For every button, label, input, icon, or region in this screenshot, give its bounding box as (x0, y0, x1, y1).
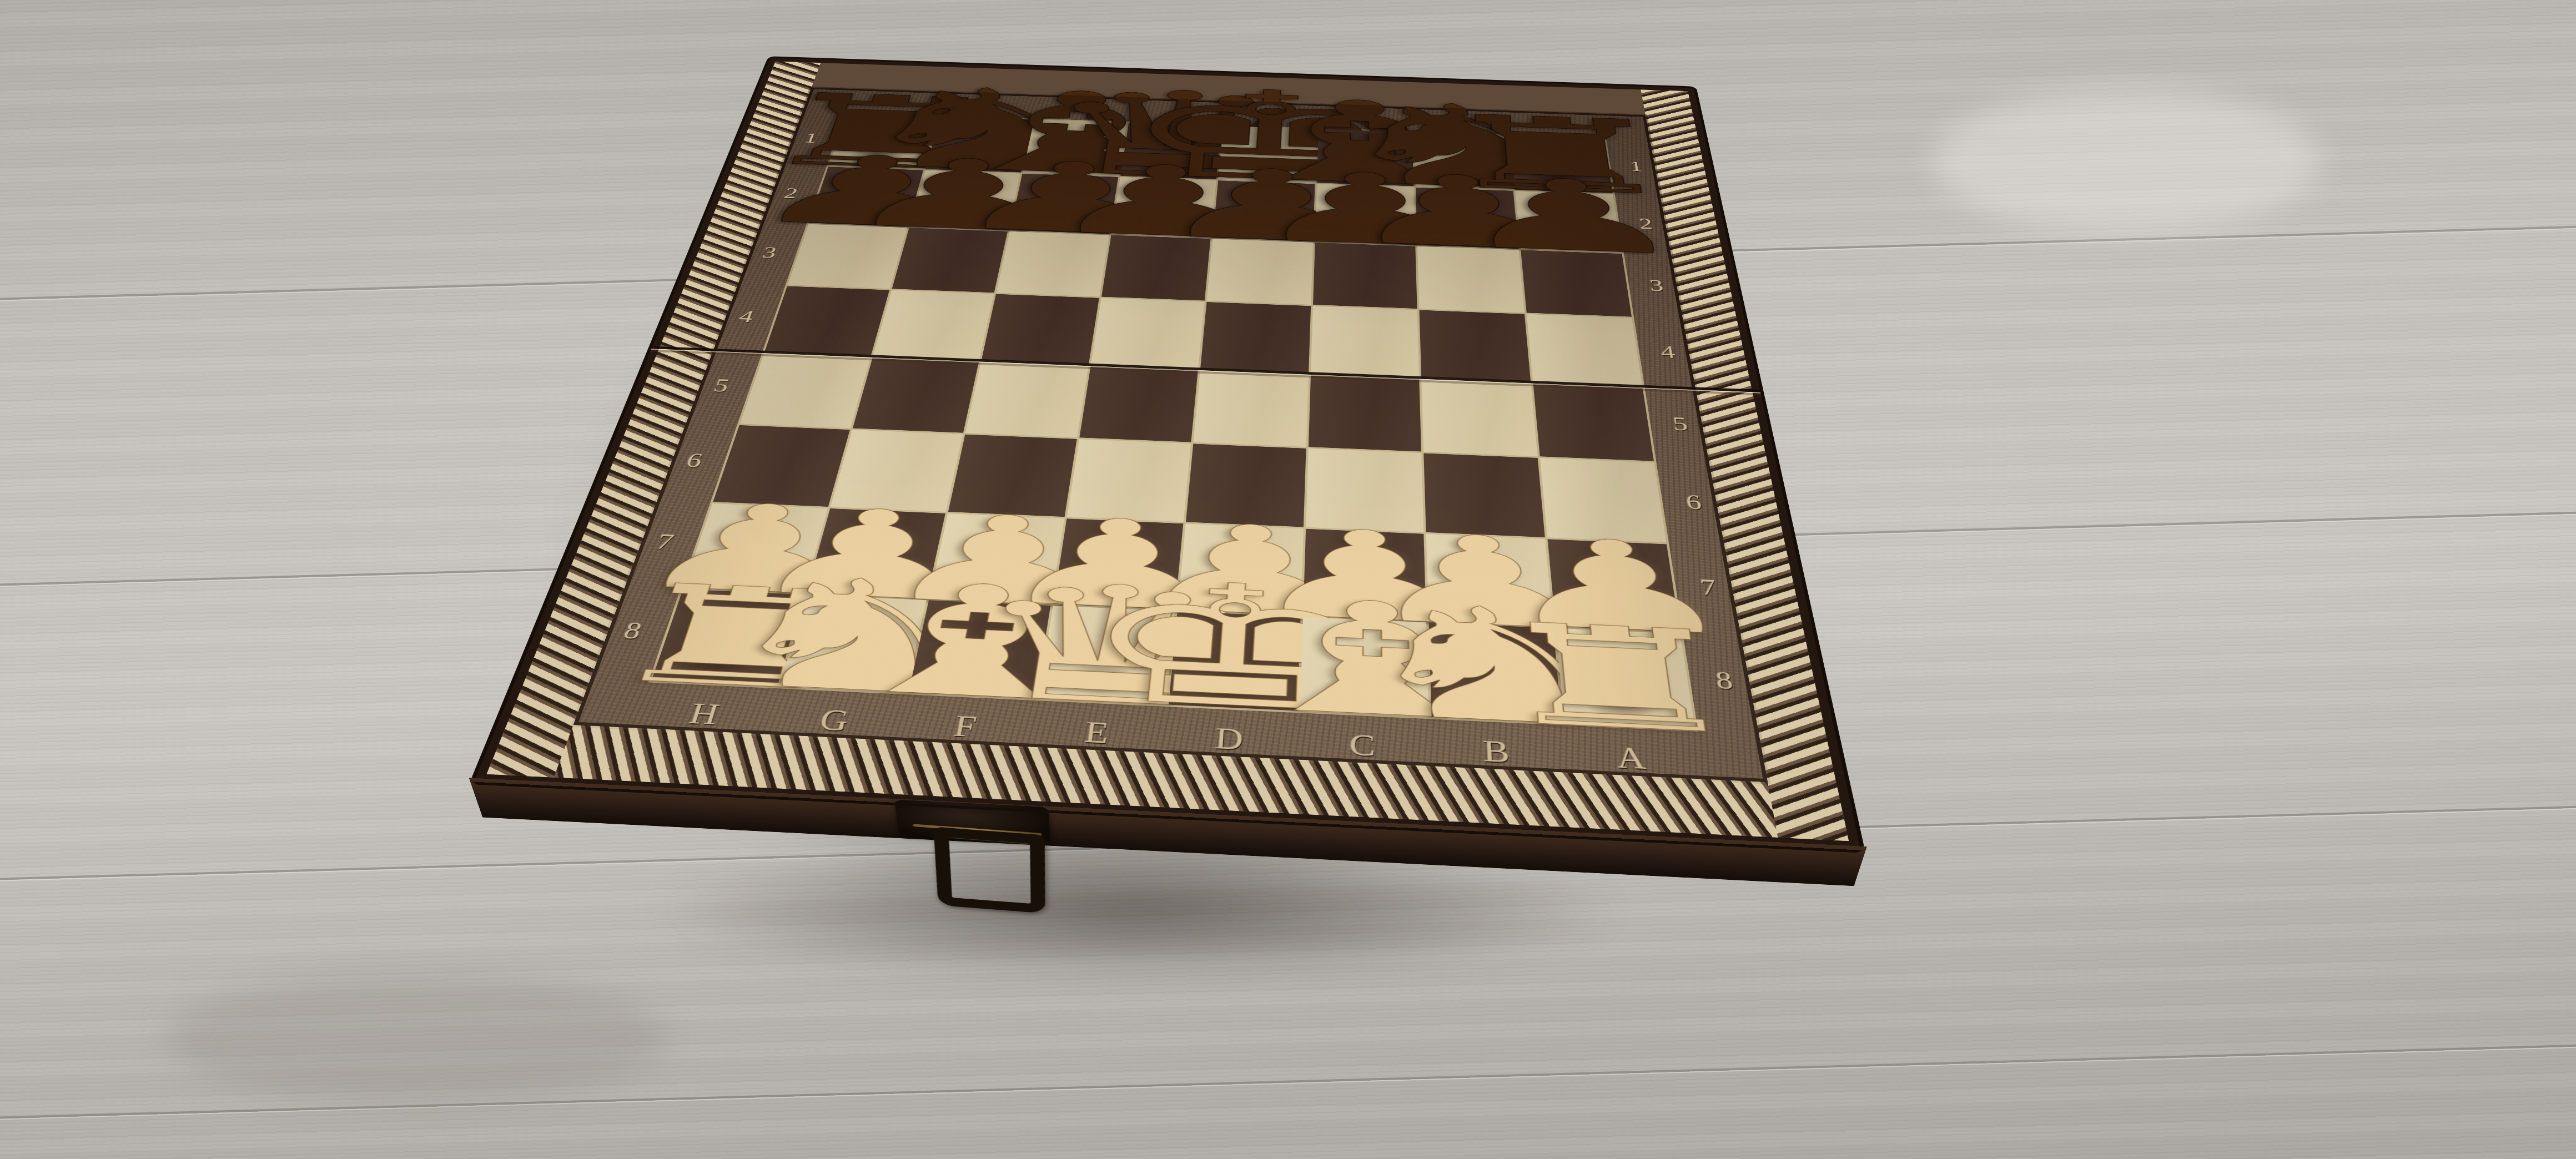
square-C3[interactable] (1313, 243, 1417, 309)
square-D8[interactable]: ♚ (1169, 611, 1300, 711)
square-D7[interactable]: ♟ (1178, 523, 1303, 614)
square-B4[interactable] (1420, 310, 1531, 381)
piece-shadow (914, 649, 1028, 698)
square-G7[interactable]: ♟ (806, 508, 945, 598)
square-A3[interactable] (1521, 250, 1632, 316)
piece-light-pawn-E7[interactable]: ♟ (989, 511, 1236, 620)
square-G8[interactable]: ♞ (779, 594, 926, 693)
floor-scuff (1932, 89, 2321, 233)
square-B5[interactable] (1421, 379, 1537, 456)
square-G4[interactable] (873, 290, 994, 360)
piece-shadow (1174, 661, 1284, 710)
piece-shadow (1058, 564, 1165, 608)
piece-light-knight-G8[interactable]: ♞ (695, 568, 1009, 706)
piece-light-pawn-G7[interactable]: ♟ (738, 501, 995, 609)
square-C4[interactable] (1311, 306, 1419, 377)
piece-shadow (784, 643, 900, 692)
square-H7[interactable]: ♟ (683, 503, 827, 592)
photo-stage: ♜♞♝♛♚♝♞♜♟♟♟♟♟♟♟♟♟♟♟♟♟♟♟♟♜♞♝♛♚♝♞♜ 1122334… (0, 0, 2576, 1159)
square-E8[interactable]: ♛ (1038, 606, 1175, 705)
square-C2[interactable]: ♟ (1315, 184, 1415, 245)
square-F4[interactable] (982, 294, 1099, 364)
square-B6[interactable] (1423, 453, 1544, 537)
piece-shadow (1565, 678, 1679, 728)
piece-light-pawn-D7[interactable]: ♟ (1125, 517, 1367, 627)
piece-dark-pawn-G2[interactable]: ♟ (834, 152, 1083, 239)
piece-shadow (1432, 580, 1538, 626)
piece-shadow (1556, 586, 1665, 631)
piece-dark-pawn-C2[interactable]: ♟ (1246, 166, 1485, 254)
square-A4[interactable] (1526, 314, 1642, 386)
square-A8[interactable]: ♜ (1556, 628, 1695, 729)
square-H4[interactable] (765, 286, 889, 355)
piece-light-queen-E8[interactable]: ♛ (949, 574, 1267, 720)
square-E4[interactable] (1091, 298, 1205, 369)
square-G2[interactable]: ♟ (909, 170, 1020, 230)
square-G3[interactable] (892, 228, 1008, 293)
square-F7[interactable]: ♟ (929, 513, 1064, 603)
piece-light-pawn-C7[interactable]: ♟ (1242, 522, 1486, 632)
square-A7[interactable]: ♟ (1547, 539, 1680, 632)
piece-dark-pawn-A2[interactable]: ♟ (1451, 173, 1695, 261)
square-C6[interactable] (1306, 449, 1424, 532)
piece-light-pawn-B7[interactable]: ♟ (1361, 527, 1607, 638)
square-D4[interactable] (1200, 302, 1311, 373)
piece-shadow (688, 548, 801, 592)
piece-light-pawn-F7[interactable]: ♟ (872, 507, 1125, 616)
piece-shadow (1305, 667, 1413, 716)
square-B8[interactable]: ♞ (1429, 622, 1562, 723)
square-D3[interactable] (1207, 239, 1313, 304)
square-E7[interactable]: ♟ (1053, 518, 1184, 609)
square-E3[interactable] (1101, 235, 1211, 301)
square-A2[interactable]: ♟ (1515, 191, 1622, 253)
square-F8[interactable]: ♝ (909, 600, 1050, 699)
square-H3[interactable] (788, 224, 907, 289)
square-C7[interactable]: ♟ (1303, 529, 1426, 621)
piece-shadow (1307, 575, 1411, 619)
square-C8[interactable]: ♝ (1300, 617, 1429, 717)
piece-shadow (1043, 655, 1155, 704)
piece-shadow (1435, 673, 1546, 723)
square-F3[interactable] (996, 231, 1109, 296)
piece-light-king-D8[interactable]: ♚ (1066, 573, 1391, 724)
piece-shadow (811, 553, 922, 598)
latch-loop[interactable] (933, 827, 1045, 913)
square-D6[interactable] (1186, 444, 1306, 527)
piece-light-knight-B8[interactable]: ♞ (1347, 596, 1648, 737)
piece-shadow (657, 638, 775, 686)
square-B7[interactable]: ♟ (1426, 534, 1553, 626)
piece-shadow (934, 558, 1043, 603)
piece-shadow (1183, 569, 1287, 614)
square-B3[interactable] (1417, 246, 1524, 313)
